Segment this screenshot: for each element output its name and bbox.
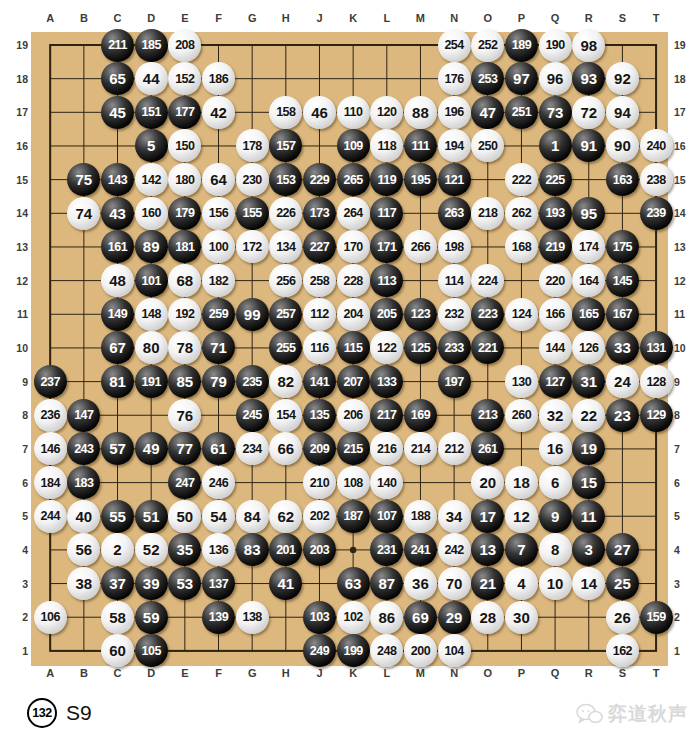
go-stone-F17: 42 bbox=[202, 96, 235, 129]
col-label-top-A: A bbox=[39, 12, 61, 25]
go-stone-R14: 95 bbox=[572, 197, 605, 230]
go-stone-A8: 236 bbox=[34, 399, 67, 432]
go-stone-R5: 11 bbox=[572, 500, 605, 533]
row-label-left-14: 14 bbox=[8, 207, 28, 220]
go-stone-K2: 102 bbox=[337, 601, 370, 634]
row-label-left-10: 10 bbox=[8, 342, 28, 355]
go-stone-D12: 101 bbox=[135, 264, 168, 297]
go-stone-D19: 185 bbox=[135, 29, 168, 62]
go-stone-L8: 217 bbox=[370, 399, 403, 432]
col-label-bottom-D: D bbox=[140, 667, 162, 680]
go-stone-F14: 156 bbox=[202, 197, 235, 230]
go-stone-C5: 55 bbox=[101, 500, 134, 533]
go-stone-B8: 147 bbox=[67, 399, 100, 432]
go-stone-D9: 191 bbox=[135, 365, 168, 398]
go-stone-C3: 37 bbox=[101, 567, 134, 600]
go-stone-D16: 5 bbox=[135, 129, 168, 162]
go-stone-K10: 115 bbox=[337, 331, 370, 364]
go-stone-N11: 232 bbox=[438, 298, 471, 331]
row-label-right-14: 14 bbox=[674, 207, 694, 220]
go-stone-H5: 62 bbox=[269, 500, 302, 533]
row-label-right-12: 12 bbox=[674, 275, 694, 288]
go-stone-Q4: 8 bbox=[539, 533, 572, 566]
go-stone-F18: 186 bbox=[202, 62, 235, 95]
go-stone-T8: 129 bbox=[640, 399, 673, 432]
col-label-bottom-A: A bbox=[39, 667, 61, 680]
col-label-top-L: L bbox=[376, 12, 398, 25]
row-label-right-4: 4 bbox=[674, 544, 694, 557]
go-stone-G2: 138 bbox=[236, 601, 269, 634]
go-stone-C18: 65 bbox=[101, 62, 134, 95]
go-stone-K3: 63 bbox=[337, 567, 370, 600]
go-stone-F6: 246 bbox=[202, 466, 235, 499]
col-label-bottom-P: P bbox=[510, 667, 532, 680]
go-stone-T10: 131 bbox=[640, 331, 673, 364]
row-label-left-13: 13 bbox=[8, 241, 28, 254]
row-label-left-7: 7 bbox=[8, 443, 28, 456]
go-stone-P11: 124 bbox=[505, 298, 538, 331]
go-stone-Q5: 9 bbox=[539, 500, 572, 533]
go-stone-G16: 178 bbox=[236, 129, 269, 162]
watermark-logo: 弈道秋声 bbox=[576, 701, 688, 727]
col-label-top-S: S bbox=[611, 12, 633, 25]
col-label-top-T: T bbox=[645, 12, 667, 25]
go-stone-O8: 213 bbox=[471, 399, 504, 432]
go-stone-L17: 120 bbox=[370, 96, 403, 129]
go-diagram-page: { "game": "Go (Weiqi) — numbered kifu di… bbox=[0, 0, 700, 749]
go-stone-Q10: 144 bbox=[539, 331, 572, 364]
go-stone-S15: 163 bbox=[606, 163, 639, 196]
go-stone-H14: 226 bbox=[269, 197, 302, 230]
go-stone-K9: 207 bbox=[337, 365, 370, 398]
go-stone-Q16: 1 bbox=[539, 129, 572, 162]
go-stone-D2: 59 bbox=[135, 601, 168, 634]
col-label-bottom-E: E bbox=[174, 667, 196, 680]
go-stone-B14: 74 bbox=[67, 197, 100, 230]
go-stone-A9: 237 bbox=[34, 365, 67, 398]
go-stone-N5: 34 bbox=[438, 500, 471, 533]
go-stone-D5: 51 bbox=[135, 500, 168, 533]
go-stone-O17: 47 bbox=[471, 96, 504, 129]
go-stone-D10: 80 bbox=[135, 331, 168, 364]
go-stone-C14: 43 bbox=[101, 197, 134, 230]
go-stone-N18: 176 bbox=[438, 62, 471, 95]
col-label-top-N: N bbox=[443, 12, 465, 25]
row-label-left-8: 8 bbox=[8, 409, 28, 422]
row-label-left-16: 16 bbox=[8, 140, 28, 153]
row-label-right-6: 6 bbox=[674, 477, 694, 490]
go-stone-G15: 230 bbox=[236, 163, 269, 196]
go-stone-J9: 141 bbox=[303, 365, 336, 398]
go-stone-C15: 143 bbox=[101, 163, 134, 196]
go-stone-M3: 36 bbox=[404, 567, 437, 600]
go-stone-S18: 92 bbox=[606, 62, 639, 95]
caption-move-stone: 132 bbox=[27, 698, 57, 728]
go-stone-D18: 44 bbox=[135, 62, 168, 95]
col-label-bottom-C: C bbox=[107, 667, 129, 680]
go-stone-G9: 235 bbox=[236, 365, 269, 398]
go-stone-G14: 155 bbox=[236, 197, 269, 230]
col-label-top-E: E bbox=[174, 12, 196, 25]
go-stone-P18: 97 bbox=[505, 62, 538, 95]
go-stone-N7: 212 bbox=[438, 432, 471, 465]
col-label-top-F: F bbox=[208, 12, 230, 25]
go-stone-S3: 25 bbox=[606, 567, 639, 600]
go-stone-N13: 198 bbox=[438, 230, 471, 263]
col-label-top-O: O bbox=[477, 12, 499, 25]
row-label-right-7: 7 bbox=[674, 443, 694, 456]
go-stone-Q3: 10 bbox=[539, 567, 572, 600]
col-label-top-M: M bbox=[409, 12, 431, 25]
caption-coordinate: S9 bbox=[66, 701, 92, 725]
go-stone-H11: 257 bbox=[269, 298, 302, 331]
go-stone-Q6: 6 bbox=[539, 466, 572, 499]
go-stone-L11: 205 bbox=[370, 298, 403, 331]
go-stone-P6: 18 bbox=[505, 466, 538, 499]
go-stone-C9: 81 bbox=[101, 365, 134, 398]
go-stone-M15: 195 bbox=[404, 163, 437, 196]
go-stone-L5: 107 bbox=[370, 500, 403, 533]
go-stone-C2: 58 bbox=[101, 601, 134, 634]
row-label-left-9: 9 bbox=[8, 376, 28, 389]
go-stone-N19: 254 bbox=[438, 29, 471, 62]
row-label-right-18: 18 bbox=[674, 73, 694, 86]
go-stone-N9: 197 bbox=[438, 365, 471, 398]
col-label-top-G: G bbox=[241, 12, 263, 25]
go-stone-C19: 211 bbox=[101, 29, 134, 62]
go-stone-P3: 4 bbox=[505, 567, 538, 600]
go-stone-O14: 218 bbox=[471, 197, 504, 230]
col-label-top-D: D bbox=[140, 12, 162, 25]
col-label-bottom-G: G bbox=[241, 667, 263, 680]
row-label-right-8: 8 bbox=[674, 409, 694, 422]
row-label-left-5: 5 bbox=[8, 510, 28, 523]
go-stone-J2: 103 bbox=[303, 601, 336, 634]
col-label-bottom-H: H bbox=[275, 667, 297, 680]
go-stone-D4: 52 bbox=[135, 533, 168, 566]
go-stone-Q19: 190 bbox=[539, 29, 572, 62]
go-stone-C17: 45 bbox=[101, 96, 134, 129]
go-stone-P17: 251 bbox=[505, 96, 538, 129]
go-stone-O2: 28 bbox=[471, 601, 504, 634]
go-stone-D13: 89 bbox=[135, 230, 168, 263]
go-stone-J12: 258 bbox=[303, 264, 336, 297]
go-stone-D7: 49 bbox=[135, 432, 168, 465]
go-stone-A5: 244 bbox=[34, 500, 67, 533]
go-stone-J5: 202 bbox=[303, 500, 336, 533]
go-stone-F3: 137 bbox=[202, 567, 235, 600]
go-stone-M8: 169 bbox=[404, 399, 437, 432]
go-stone-M11: 123 bbox=[404, 298, 437, 331]
go-stone-G11: 99 bbox=[236, 298, 269, 331]
go-stone-A2: 106 bbox=[34, 601, 67, 634]
go-stone-M17: 88 bbox=[404, 96, 437, 129]
go-stone-T14: 239 bbox=[640, 197, 673, 230]
go-stone-O5: 17 bbox=[471, 500, 504, 533]
go-stone-P9: 130 bbox=[505, 365, 538, 398]
go-stone-P8: 260 bbox=[505, 399, 538, 432]
go-stone-F2: 139 bbox=[202, 601, 235, 634]
go-stone-K11: 204 bbox=[337, 298, 370, 331]
go-stone-K13: 170 bbox=[337, 230, 370, 263]
row-label-right-13: 13 bbox=[674, 241, 694, 254]
go-stone-F11: 259 bbox=[202, 298, 235, 331]
row-label-right-16: 16 bbox=[674, 140, 694, 153]
go-stone-N14: 263 bbox=[438, 197, 471, 230]
go-stone-H8: 154 bbox=[269, 399, 302, 432]
go-stone-O19: 252 bbox=[471, 29, 504, 62]
go-stone-N10: 233 bbox=[438, 331, 471, 364]
go-stone-G5: 84 bbox=[236, 500, 269, 533]
go-stone-O11: 223 bbox=[471, 298, 504, 331]
go-stone-Q17: 73 bbox=[539, 96, 572, 129]
go-stone-G13: 172 bbox=[236, 230, 269, 263]
col-label-bottom-Q: Q bbox=[544, 667, 566, 680]
col-label-bottom-N: N bbox=[443, 667, 465, 680]
row-label-right-10: 10 bbox=[674, 342, 694, 355]
go-stone-S2: 26 bbox=[606, 601, 639, 634]
go-stone-D1: 105 bbox=[135, 634, 168, 667]
row-label-right-3: 3 bbox=[674, 578, 694, 591]
go-stone-Q9: 127 bbox=[539, 365, 572, 398]
go-stone-R19: 98 bbox=[572, 29, 605, 62]
go-stone-E17: 177 bbox=[168, 96, 201, 129]
go-stone-J14: 173 bbox=[303, 197, 336, 230]
go-stone-G8: 245 bbox=[236, 399, 269, 432]
row-label-right-15: 15 bbox=[674, 174, 694, 187]
row-label-right-19: 19 bbox=[674, 39, 694, 52]
go-stone-K15: 265 bbox=[337, 163, 370, 196]
go-stone-K12: 228 bbox=[337, 264, 370, 297]
go-stone-K5: 187 bbox=[337, 500, 370, 533]
go-stone-E8: 76 bbox=[168, 399, 201, 432]
row-label-right-2: 2 bbox=[674, 611, 694, 624]
go-stone-A7: 146 bbox=[34, 432, 67, 465]
go-stone-N16: 194 bbox=[438, 129, 471, 162]
go-stone-T16: 240 bbox=[640, 129, 673, 162]
go-stone-D3: 39 bbox=[135, 567, 168, 600]
go-stone-J15: 229 bbox=[303, 163, 336, 196]
go-stone-K17: 110 bbox=[337, 96, 370, 129]
go-stone-S12: 145 bbox=[606, 264, 639, 297]
go-stone-R8: 22 bbox=[572, 399, 605, 432]
col-label-top-P: P bbox=[510, 12, 532, 25]
go-stone-E19: 208 bbox=[168, 29, 201, 62]
row-label-left-11: 11 bbox=[8, 308, 28, 321]
row-label-left-15: 15 bbox=[8, 174, 28, 187]
go-stone-F12: 182 bbox=[202, 264, 235, 297]
caption-move-number: 132 bbox=[32, 706, 51, 720]
go-stone-G7: 234 bbox=[236, 432, 269, 465]
row-label-left-3: 3 bbox=[8, 578, 28, 591]
row-label-left-19: 19 bbox=[8, 39, 28, 52]
go-stone-L2: 86 bbox=[370, 601, 403, 634]
go-stone-F5: 54 bbox=[202, 500, 235, 533]
col-label-top-B: B bbox=[73, 12, 95, 25]
go-stone-Q8: 32 bbox=[539, 399, 572, 432]
go-stone-K16: 109 bbox=[337, 129, 370, 162]
go-stone-S17: 94 bbox=[606, 96, 639, 129]
go-stone-P2: 30 bbox=[505, 601, 538, 634]
go-stone-B5: 40 bbox=[67, 500, 100, 533]
row-label-left-4: 4 bbox=[8, 544, 28, 557]
wechat-icon bbox=[576, 703, 603, 726]
go-stone-Q11: 166 bbox=[539, 298, 572, 331]
go-stone-H17: 158 bbox=[269, 96, 302, 129]
row-label-right-1: 1 bbox=[674, 645, 694, 658]
go-stone-J8: 135 bbox=[303, 399, 336, 432]
row-label-left-12: 12 bbox=[8, 275, 28, 288]
row-label-left-6: 6 bbox=[8, 477, 28, 490]
col-label-bottom-M: M bbox=[409, 667, 431, 680]
go-stone-N2: 29 bbox=[438, 601, 471, 634]
go-stone-D14: 160 bbox=[135, 197, 168, 230]
go-stone-Q12: 220 bbox=[539, 264, 572, 297]
go-stone-J6: 210 bbox=[303, 466, 336, 499]
go-stone-T9: 128 bbox=[640, 365, 673, 398]
caption: 132 S9 bbox=[27, 698, 92, 728]
go-stone-P5: 12 bbox=[505, 500, 538, 533]
go-stone-D17: 151 bbox=[135, 96, 168, 129]
col-label-bottom-O: O bbox=[477, 667, 499, 680]
go-stone-K14: 264 bbox=[337, 197, 370, 230]
col-label-bottom-R: R bbox=[578, 667, 600, 680]
row-label-left-18: 18 bbox=[8, 73, 28, 86]
go-stone-S8: 23 bbox=[606, 399, 639, 432]
go-stone-K8: 206 bbox=[337, 399, 370, 432]
watermark-text: 弈道秋声 bbox=[608, 701, 688, 727]
go-stone-J11: 112 bbox=[303, 298, 336, 331]
col-label-top-Q: Q bbox=[544, 12, 566, 25]
go-stone-P15: 222 bbox=[505, 163, 538, 196]
col-label-top-J: J bbox=[308, 12, 330, 25]
go-stone-S11: 167 bbox=[606, 298, 639, 331]
go-stone-T2: 159 bbox=[640, 601, 673, 634]
row-label-left-1: 1 bbox=[8, 645, 28, 658]
go-stone-P19: 189 bbox=[505, 29, 538, 62]
col-label-bottom-K: K bbox=[342, 667, 364, 680]
go-stone-N1: 104 bbox=[438, 634, 471, 667]
go-stone-Q14: 193 bbox=[539, 197, 572, 230]
go-stone-K7: 215 bbox=[337, 432, 370, 465]
row-label-left-2: 2 bbox=[8, 611, 28, 624]
col-label-top-R: R bbox=[578, 12, 600, 25]
go-stone-N4: 242 bbox=[438, 533, 471, 566]
go-stone-R11: 165 bbox=[572, 298, 605, 331]
go-stone-N15: 121 bbox=[438, 163, 471, 196]
go-stone-T15: 238 bbox=[640, 163, 673, 196]
go-stone-S9: 24 bbox=[606, 365, 639, 398]
go-stone-N3: 70 bbox=[438, 567, 471, 600]
row-label-right-11: 11 bbox=[674, 308, 694, 321]
col-label-top-C: C bbox=[107, 12, 129, 25]
go-stone-Q13: 219 bbox=[539, 230, 572, 263]
go-stone-D11: 148 bbox=[135, 298, 168, 331]
go-stone-J17: 46 bbox=[303, 96, 336, 129]
go-stone-Q7: 16 bbox=[539, 432, 572, 465]
star-point bbox=[350, 547, 356, 553]
go-stone-K6: 108 bbox=[337, 466, 370, 499]
go-stone-Q18: 96 bbox=[539, 62, 572, 95]
row-label-left-17: 17 bbox=[8, 106, 28, 119]
go-stone-L14: 117 bbox=[370, 197, 403, 230]
col-label-bottom-S: S bbox=[611, 667, 633, 680]
col-label-bottom-B: B bbox=[73, 667, 95, 680]
go-stone-A6: 184 bbox=[34, 466, 67, 499]
go-stone-E14: 179 bbox=[168, 197, 201, 230]
col-label-top-K: K bbox=[342, 12, 364, 25]
row-label-right-5: 5 bbox=[674, 510, 694, 523]
go-stone-Q15: 225 bbox=[539, 163, 572, 196]
go-stone-E5: 50 bbox=[168, 500, 201, 533]
go-stone-N17: 196 bbox=[438, 96, 471, 129]
col-label-bottom-F: F bbox=[208, 667, 230, 680]
go-stone-P14: 262 bbox=[505, 197, 538, 230]
go-stone-K1: 199 bbox=[337, 634, 370, 667]
go-stone-C12: 48 bbox=[101, 264, 134, 297]
go-stone-M5: 188 bbox=[404, 500, 437, 533]
go-stone-F9: 79 bbox=[202, 365, 235, 398]
go-stone-G4: 83 bbox=[236, 533, 269, 566]
row-label-right-17: 17 bbox=[674, 106, 694, 119]
go-stone-N12: 114 bbox=[438, 264, 471, 297]
go-stone-M2: 69 bbox=[404, 601, 437, 634]
row-label-right-9: 9 bbox=[674, 376, 694, 389]
go-stone-C11: 149 bbox=[101, 298, 134, 331]
col-label-bottom-T: T bbox=[645, 667, 667, 680]
col-label-bottom-L: L bbox=[376, 667, 398, 680]
go-stone-R17: 72 bbox=[572, 96, 605, 129]
go-stone-E11: 192 bbox=[168, 298, 201, 331]
col-label-bottom-J: J bbox=[308, 667, 330, 680]
go-stone-D15: 142 bbox=[135, 163, 168, 196]
go-stone-F15: 64 bbox=[202, 163, 235, 196]
col-label-top-H: H bbox=[275, 12, 297, 25]
